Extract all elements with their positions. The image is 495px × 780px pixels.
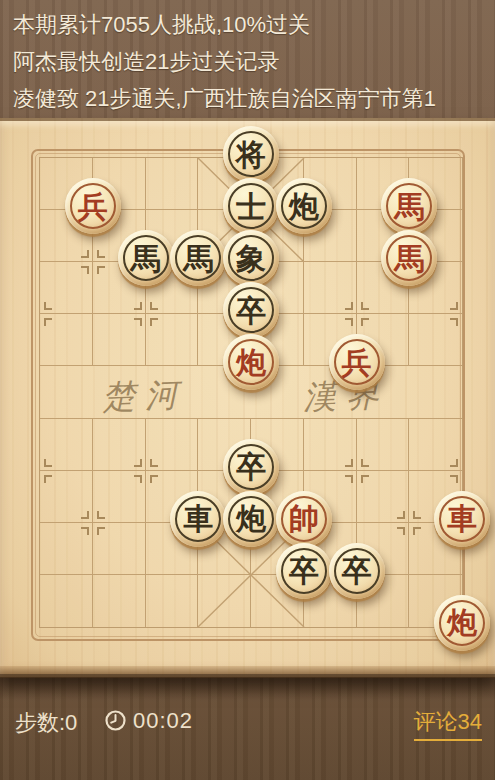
piece-black-pawn[interactable]: 卒 — [223, 439, 279, 495]
challenge-info: 本期累计7055人挑战,10%过关 阿杰最快创造21步过关记录 凌健致 21步通… — [13, 6, 489, 117]
piece-red-pawn[interactable]: 兵 — [65, 178, 121, 234]
point-marker — [345, 459, 369, 483]
point-marker — [28, 302, 52, 326]
piece-red-cannon[interactable]: 炮 — [434, 595, 490, 651]
piece-glyph: 炮 — [236, 347, 266, 378]
point-marker — [81, 250, 105, 274]
piece-glyph: 炮 — [447, 607, 477, 638]
piece-black-advisor[interactable]: 士 — [223, 178, 279, 234]
move-counter: 步数:0 — [15, 708, 77, 738]
point-marker — [345, 302, 369, 326]
river-label-chu: 楚河 — [101, 373, 189, 421]
point-marker — [81, 511, 105, 535]
piece-glyph: 兵 — [342, 347, 372, 378]
piece-glyph: 炮 — [236, 503, 266, 534]
point-marker — [397, 511, 421, 535]
point-marker — [134, 459, 158, 483]
piece-black-pawn[interactable]: 卒 — [276, 543, 332, 599]
piece-glyph: 車 — [183, 503, 213, 534]
piece-glyph: 卒 — [342, 555, 372, 586]
piece-glyph: 士 — [236, 191, 266, 222]
piece-black-elephant[interactable]: 象 — [223, 230, 279, 286]
piece-black-pawn[interactable]: 卒 — [223, 282, 279, 338]
clock-icon — [104, 709, 127, 736]
piece-black-cannon[interactable]: 炮 — [223, 491, 279, 547]
piece-glyph: 馬 — [183, 243, 213, 274]
point-marker — [450, 459, 474, 483]
app-screen: 本期累计7055人挑战,10%过关 阿杰最快创造21步过关记录 凌健致 21步通… — [0, 0, 495, 780]
piece-red-general[interactable]: 帥 — [276, 491, 332, 547]
piece-glyph: 卒 — [236, 295, 266, 326]
piece-glyph: 兵 — [78, 191, 108, 222]
piece-black-cannon[interactable]: 炮 — [276, 178, 332, 234]
point-marker — [134, 302, 158, 326]
piece-red-chariot[interactable]: 車 — [434, 491, 490, 547]
piece-glyph: 馬 — [394, 191, 424, 222]
stats-line-participants: 本期累计7055人挑战,10%过关 — [13, 6, 489, 43]
piece-glyph: 卒 — [289, 555, 319, 586]
point-marker — [28, 459, 52, 483]
piece-glyph: 卒 — [236, 451, 266, 482]
piece-glyph: 馬 — [131, 243, 161, 274]
stats-line-leader: 凌健致 21步通关,广西壮族自治区南宁市第1 — [13, 80, 489, 117]
stats-line-record: 阿杰最快创造21步过关记录 — [13, 43, 489, 80]
comments-link[interactable]: 评论34 — [414, 707, 482, 741]
piece-red-pawn[interactable]: 兵 — [329, 334, 385, 390]
timer-value: 00:02 — [133, 708, 193, 734]
piece-glyph: 馬 — [394, 243, 424, 274]
piece-red-cannon[interactable]: 炮 — [223, 334, 279, 390]
piece-glyph: 車 — [447, 503, 477, 534]
piece-glyph: 帥 — [289, 503, 319, 534]
piece-black-general[interactable]: 将 — [223, 126, 279, 182]
piece-red-horse[interactable]: 馬 — [381, 178, 437, 234]
piece-glyph: 象 — [236, 243, 266, 274]
piece-black-pawn[interactable]: 卒 — [329, 543, 385, 599]
piece-glyph: 炮 — [289, 191, 319, 222]
point-marker — [450, 302, 474, 326]
piece-black-horse[interactable]: 馬 — [118, 230, 174, 286]
piece-black-chariot[interactable]: 車 — [170, 491, 226, 547]
footer-bar: 步数:0 00:02 评论34 — [0, 674, 495, 780]
piece-glyph: 将 — [236, 139, 266, 170]
